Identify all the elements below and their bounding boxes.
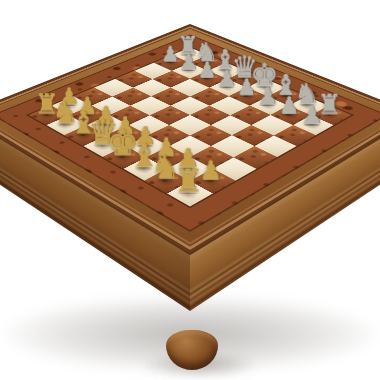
nickel-pawn-g7: ♟: [279, 94, 300, 117]
square-f5: [211, 115, 252, 135]
scene-3d: ♜♞♝♛♚♝♞♜♟♟♟♟♟♟♟♟♟♟♟♟♟♟♟♟♜♞♝♛♚♝♞♜: [0, 0, 380, 380]
chess-board: ♜♞♝♛♚♝♞♜♟♟♟♟♟♟♟♟♟♟♟♟♟♟♟♟♜♞♝♛♚♝♞♜: [29, 47, 351, 206]
brass-rook-h1: ♜: [174, 165, 202, 196]
brass-pawn-h2: ♟: [199, 157, 222, 183]
chess-case-top: ♜♞♝♛♚♝♞♜♟♟♟♟♟♟♟♟♟♟♟♟♟♟♟♟♜♞♝♛♚♝♞♜: [0, 25, 380, 253]
nickel-pawn-c7: ♟: [198, 59, 217, 80]
nickel-pawn-h7: ♟: [301, 104, 322, 127]
nickel-pawn-d7: ♟: [217, 68, 237, 90]
nickel-pawn-f7: ♟: [258, 85, 278, 108]
nickel-pawn-b7: ♟: [179, 51, 198, 72]
nickel-pawn-a7: ♟: [161, 44, 180, 65]
product-photo: ♜♞♝♛♚♝♞♜♟♟♟♟♟♟♟♟♟♟♟♟♟♟♟♟♜♞♝♛♚♝♞♜: [0, 0, 380, 380]
nickel-pawn-e7: ♟: [237, 76, 257, 98]
